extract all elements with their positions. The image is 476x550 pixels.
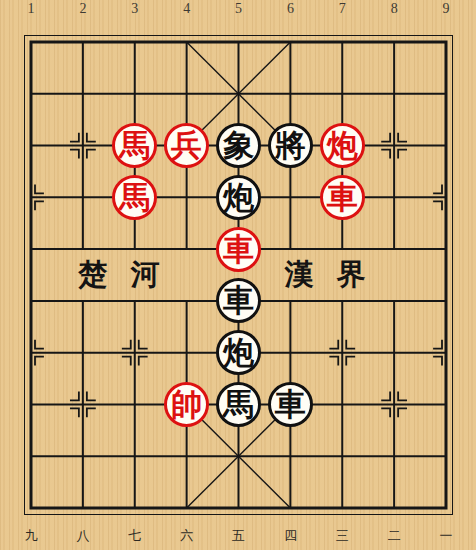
- piece-glyph: 炮: [223, 182, 254, 213]
- piece-red-horse[interactable]: 馬: [112, 123, 157, 168]
- piece-glyph: 炮: [223, 337, 254, 368]
- piece-red-chariot[interactable]: 車: [320, 175, 365, 220]
- piece-glyph: 馬: [119, 182, 150, 213]
- piece-glyph: 帥: [171, 389, 202, 420]
- piece-glyph: 將: [275, 130, 306, 161]
- xiangqi-board-screen: 123456789 九八七六五四三二一 楚 河 漢 界 馬兵象將炮馬炮車車車炮帥…: [0, 0, 476, 550]
- piece-black-chariot[interactable]: 車: [216, 278, 261, 323]
- piece-red-general[interactable]: 帥: [164, 382, 209, 427]
- piece-grid: 馬兵象將炮馬炮車車車炮帥馬車: [5, 16, 472, 534]
- piece-glyph: 炮: [327, 130, 358, 161]
- piece-red-soldier[interactable]: 兵: [164, 123, 209, 168]
- piece-glyph: 車: [275, 389, 306, 420]
- piece-black-cannon[interactable]: 炮: [216, 175, 261, 220]
- piece-black-general[interactable]: 將: [268, 123, 313, 168]
- piece-glyph: 馬: [119, 130, 150, 161]
- piece-red-chariot[interactable]: 車: [216, 227, 261, 272]
- piece-black-chariot[interactable]: 車: [268, 382, 313, 427]
- piece-glyph: 車: [223, 234, 254, 265]
- piece-red-cannon[interactable]: 炮: [320, 123, 365, 168]
- piece-black-horse[interactable]: 馬: [216, 382, 261, 427]
- piece-glyph: 車: [327, 182, 358, 213]
- piece-glyph: 兵: [171, 130, 202, 161]
- piece-red-horse[interactable]: 馬: [112, 175, 157, 220]
- piece-black-elephant[interactable]: 象: [216, 123, 261, 168]
- piece-glyph: 車: [223, 285, 254, 316]
- piece-black-cannon[interactable]: 炮: [216, 330, 261, 375]
- piece-glyph: 馬: [223, 389, 254, 420]
- piece-glyph: 象: [223, 130, 254, 161]
